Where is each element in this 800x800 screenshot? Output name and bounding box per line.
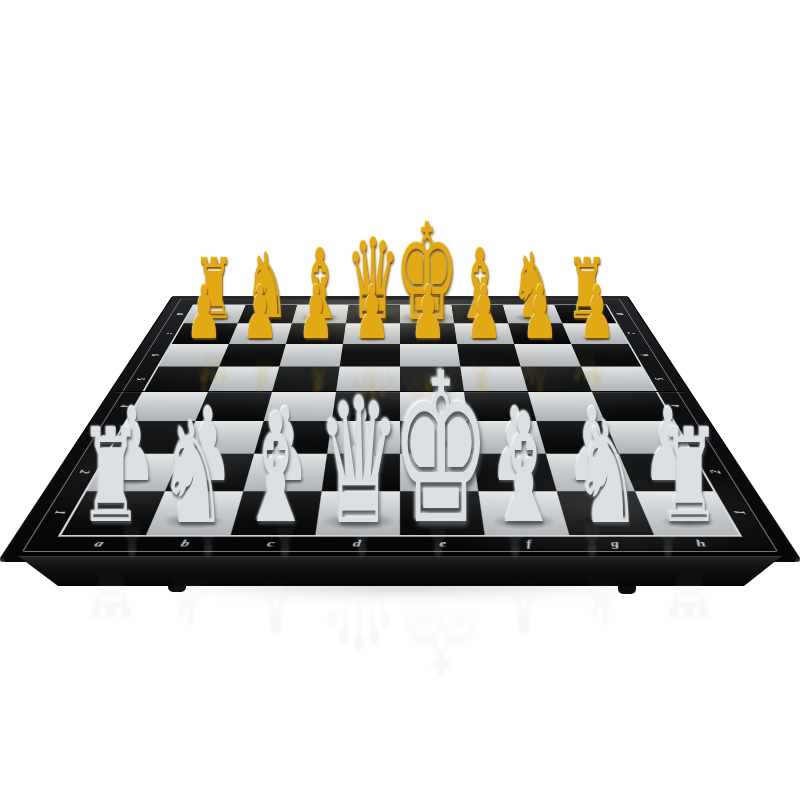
knight-glyph: ♞ [573,404,641,544]
pawn-glyph: ♟ [298,276,334,350]
rook-glyph: ♜ [658,413,721,542]
chess-set-photo: abcdefgh 87654321 87654321 ♜♜♞♞♝♝♛♛♚♚♝♝♞… [0,0,800,800]
pawn-glyph: ♟ [186,276,222,350]
bishop-glyph: ♝ [240,395,313,545]
knight-glyph: ♞ [160,404,228,544]
pieces-layer: ♜♜♞♞♝♝♛♛♚♚♝♝♞♞♜♜♟♟♟♟♟♟♟♟♟♟♟♟♟♟♟♟♟♟♟♟♟♟♟♟… [0,0,800,800]
pawn-glyph: ♟ [522,276,558,350]
rook-glyph: ♜ [79,413,142,542]
bishop-glyph: ♝ [488,395,561,545]
pawn-glyph: ♟ [242,276,278,350]
pawn-glyph: ♟ [354,276,390,350]
king-glyph: ♚ [391,348,491,555]
pawn-glyph: ♟ [579,276,615,350]
